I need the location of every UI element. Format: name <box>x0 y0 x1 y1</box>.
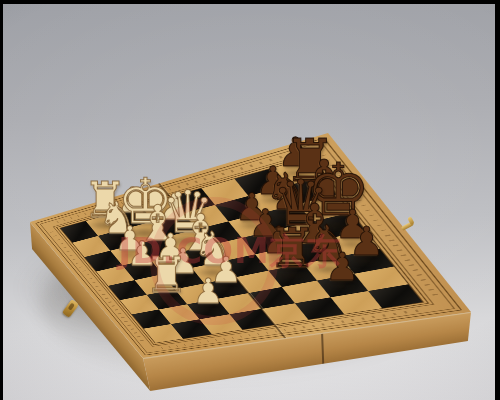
piece-shadow <box>138 243 176 253</box>
piece-shadow <box>194 306 221 313</box>
piece-shadow <box>128 266 154 273</box>
piece-shadow <box>212 285 240 292</box>
piece-shadow <box>270 270 313 281</box>
piece-shadow <box>336 240 367 248</box>
letterbox-bar-right <box>495 0 500 400</box>
fold-seam-side <box>321 334 324 364</box>
letterbox-bar-top <box>0 0 500 4</box>
piece-shadow <box>308 264 348 274</box>
letterbox-bar-left <box>0 0 3 400</box>
piece-shadow <box>257 196 287 204</box>
piece-shadow <box>263 255 292 262</box>
piece-shadow <box>156 260 183 267</box>
piece-shadow <box>286 185 332 196</box>
piece-shadow <box>301 203 345 214</box>
piece-shadow <box>85 220 124 230</box>
piece-shadow <box>118 214 145 221</box>
piece-shadow <box>180 252 219 262</box>
piece-shadow <box>116 252 142 259</box>
piece-shadow <box>279 169 310 177</box>
piece-shadow <box>99 236 134 245</box>
piece-shadow <box>250 239 279 246</box>
piece-shadow <box>194 268 230 277</box>
piece-shadow <box>292 246 335 257</box>
piece-shadow <box>275 228 325 240</box>
piece-shadow <box>160 222 188 229</box>
product-photo: ♜♟♞♚♟♟♝♛♟♟♝♟♞♜♟♟♟♜♟♞♝♟♛♚♟♝♟♟♜♞♟♟ JD.COM京… <box>0 0 500 400</box>
